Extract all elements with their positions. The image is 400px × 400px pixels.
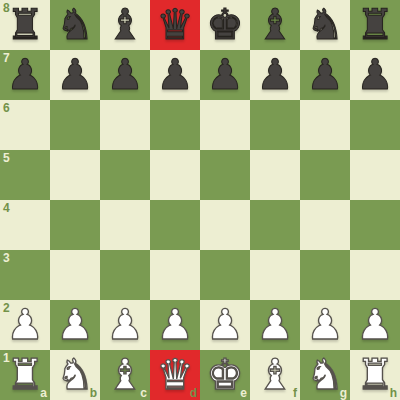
square-f2[interactable]: ♟ bbox=[250, 300, 300, 350]
piece-white-pawn[interactable]: ♟ bbox=[356, 304, 394, 346]
piece-black-bishop[interactable]: ♝ bbox=[256, 4, 294, 46]
piece-white-pawn[interactable]: ♟ bbox=[256, 304, 294, 346]
square-c7[interactable]: ♟ bbox=[100, 50, 150, 100]
square-g4[interactable] bbox=[300, 200, 350, 250]
square-e8[interactable]: ♚ bbox=[200, 0, 250, 50]
square-c4[interactable] bbox=[100, 200, 150, 250]
piece-white-rook[interactable]: ♜ bbox=[356, 354, 394, 396]
square-a3[interactable]: 3 bbox=[0, 250, 50, 300]
piece-black-pawn[interactable]: ♟ bbox=[106, 54, 144, 96]
piece-white-pawn[interactable]: ♟ bbox=[6, 304, 44, 346]
square-d6[interactable] bbox=[150, 100, 200, 150]
square-h6[interactable] bbox=[350, 100, 400, 150]
square-h1[interactable]: h♜ bbox=[350, 350, 400, 400]
square-b4[interactable] bbox=[50, 200, 100, 250]
piece-black-knight[interactable]: ♞ bbox=[56, 4, 94, 46]
square-h7[interactable]: ♟ bbox=[350, 50, 400, 100]
rank-label-5: 5 bbox=[3, 152, 10, 164]
square-b7[interactable]: ♟ bbox=[50, 50, 100, 100]
square-f8[interactable]: ♝ bbox=[250, 0, 300, 50]
square-c2[interactable]: ♟ bbox=[100, 300, 150, 350]
square-e3[interactable] bbox=[200, 250, 250, 300]
square-g1[interactable]: g♞ bbox=[300, 350, 350, 400]
square-h3[interactable] bbox=[350, 250, 400, 300]
piece-white-bishop[interactable]: ♝ bbox=[106, 354, 144, 396]
square-d8[interactable]: ♛ bbox=[150, 0, 200, 50]
chess-board: 8♜♞♝♛♚♝♞♜7♟♟♟♟♟♟♟♟65432♟♟♟♟♟♟♟♟1a♜b♞c♝d♛… bbox=[0, 0, 400, 400]
square-d3[interactable] bbox=[150, 250, 200, 300]
piece-white-pawn[interactable]: ♟ bbox=[306, 304, 344, 346]
piece-black-pawn[interactable]: ♟ bbox=[356, 54, 394, 96]
square-h5[interactable] bbox=[350, 150, 400, 200]
square-g6[interactable] bbox=[300, 100, 350, 150]
square-f4[interactable] bbox=[250, 200, 300, 250]
square-c5[interactable] bbox=[100, 150, 150, 200]
square-c1[interactable]: c♝ bbox=[100, 350, 150, 400]
square-d7[interactable]: ♟ bbox=[150, 50, 200, 100]
piece-white-queen[interactable]: ♛ bbox=[156, 354, 194, 396]
piece-white-pawn[interactable]: ♟ bbox=[106, 304, 144, 346]
square-f6[interactable] bbox=[250, 100, 300, 150]
piece-black-pawn[interactable]: ♟ bbox=[56, 54, 94, 96]
square-b5[interactable] bbox=[50, 150, 100, 200]
square-d4[interactable] bbox=[150, 200, 200, 250]
square-e1[interactable]: e♚ bbox=[200, 350, 250, 400]
square-a2[interactable]: 2♟ bbox=[0, 300, 50, 350]
piece-black-rook[interactable]: ♜ bbox=[356, 4, 394, 46]
piece-black-king[interactable]: ♚ bbox=[206, 4, 244, 46]
rank-label-4: 4 bbox=[3, 202, 10, 214]
square-a8[interactable]: 8♜ bbox=[0, 0, 50, 50]
piece-white-king[interactable]: ♚ bbox=[206, 354, 244, 396]
square-a1[interactable]: 1a♜ bbox=[0, 350, 50, 400]
piece-white-knight[interactable]: ♞ bbox=[306, 354, 344, 396]
square-h8[interactable]: ♜ bbox=[350, 0, 400, 50]
square-a5[interactable]: 5 bbox=[0, 150, 50, 200]
square-f1[interactable]: f♝ bbox=[250, 350, 300, 400]
square-a6[interactable]: 6 bbox=[0, 100, 50, 150]
square-f3[interactable] bbox=[250, 250, 300, 300]
square-g5[interactable] bbox=[300, 150, 350, 200]
piece-black-pawn[interactable]: ♟ bbox=[306, 54, 344, 96]
square-c6[interactable] bbox=[100, 100, 150, 150]
square-e7[interactable]: ♟ bbox=[200, 50, 250, 100]
square-d5[interactable] bbox=[150, 150, 200, 200]
square-e2[interactable]: ♟ bbox=[200, 300, 250, 350]
piece-black-knight[interactable]: ♞ bbox=[306, 4, 344, 46]
rank-label-3: 3 bbox=[3, 252, 10, 264]
piece-black-bishop[interactable]: ♝ bbox=[106, 4, 144, 46]
piece-white-bishop[interactable]: ♝ bbox=[256, 354, 294, 396]
square-b6[interactable] bbox=[50, 100, 100, 150]
square-g7[interactable]: ♟ bbox=[300, 50, 350, 100]
piece-white-pawn[interactable]: ♟ bbox=[56, 304, 94, 346]
piece-white-pawn[interactable]: ♟ bbox=[156, 304, 194, 346]
square-g2[interactable]: ♟ bbox=[300, 300, 350, 350]
square-b2[interactable]: ♟ bbox=[50, 300, 100, 350]
square-a7[interactable]: 7♟ bbox=[0, 50, 50, 100]
piece-black-pawn[interactable]: ♟ bbox=[256, 54, 294, 96]
square-g3[interactable] bbox=[300, 250, 350, 300]
piece-black-pawn[interactable]: ♟ bbox=[206, 54, 244, 96]
square-b3[interactable] bbox=[50, 250, 100, 300]
rank-label-6: 6 bbox=[3, 102, 10, 114]
square-f5[interactable] bbox=[250, 150, 300, 200]
square-c8[interactable]: ♝ bbox=[100, 0, 150, 50]
square-g8[interactable]: ♞ bbox=[300, 0, 350, 50]
piece-white-rook[interactable]: ♜ bbox=[6, 354, 44, 396]
square-e4[interactable] bbox=[200, 200, 250, 250]
piece-white-knight[interactable]: ♞ bbox=[56, 354, 94, 396]
square-c3[interactable] bbox=[100, 250, 150, 300]
square-f7[interactable]: ♟ bbox=[250, 50, 300, 100]
square-h2[interactable]: ♟ bbox=[350, 300, 400, 350]
piece-black-rook[interactable]: ♜ bbox=[6, 4, 44, 46]
piece-black-pawn[interactable]: ♟ bbox=[6, 54, 44, 96]
square-e6[interactable] bbox=[200, 100, 250, 150]
square-a4[interactable]: 4 bbox=[0, 200, 50, 250]
square-d1[interactable]: d♛ bbox=[150, 350, 200, 400]
square-d2[interactable]: ♟ bbox=[150, 300, 200, 350]
piece-black-pawn[interactable]: ♟ bbox=[156, 54, 194, 96]
square-b1[interactable]: b♞ bbox=[50, 350, 100, 400]
piece-white-pawn[interactable]: ♟ bbox=[206, 304, 244, 346]
square-h4[interactable] bbox=[350, 200, 400, 250]
square-b8[interactable]: ♞ bbox=[50, 0, 100, 50]
piece-black-queen[interactable]: ♛ bbox=[156, 4, 194, 46]
square-e5[interactable] bbox=[200, 150, 250, 200]
